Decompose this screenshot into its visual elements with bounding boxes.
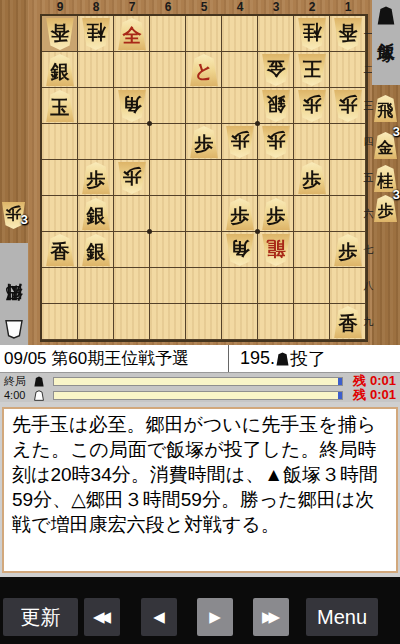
shogi-board: 香桂全桂香銀と金王玉角銀歩歩歩歩歩歩歩歩銀歩歩香銀角龍歩香 <box>40 14 368 342</box>
piece-gote-pawn-44: 歩 <box>225 126 255 158</box>
rank-label-3: 三 <box>365 88 372 124</box>
menu-button[interactable]: Menu <box>306 598 378 636</box>
app-screen: 987654321 一二三四五六七八九 香桂全桂香銀と金王玉角銀歩歩歩歩歩歩歩歩… <box>0 0 400 644</box>
piece-sente-silver-92: 銀 <box>45 54 75 86</box>
commentary-panel: 先手玉は必至。郷田がついに先手玉を捕らえた。この局面で飯塚が投了した。終局時刻は… <box>0 402 400 577</box>
event-title: 09/05 第60期王位戦予選 <box>0 347 228 370</box>
file-label-8: 8 <box>78 0 114 14</box>
piece-sente-king-93: 玉 <box>45 90 75 122</box>
commentary-text[interactable]: 先手玉は必至。郷田がついに先手玉を捕らえた。この局面で飯塚が投了した。終局時刻は… <box>2 407 398 573</box>
rank-label-1: 一 <box>365 16 372 52</box>
piece-gote-pawn-13: 歩 <box>333 90 363 122</box>
piece-sente-pawn-85: 歩 <box>81 162 111 194</box>
piece-sente-pawn-54: 歩 <box>189 126 219 158</box>
rank-label-2: 二 <box>365 52 372 88</box>
gote-time-bar <box>53 391 343 400</box>
rank-label-8: 八 <box>365 268 372 304</box>
rank-label-9: 九 <box>365 304 372 340</box>
step-back-button[interactable]: ◀ <box>141 598 177 636</box>
update-button[interactable]: 更新 <box>3 598 78 636</box>
piece-sente-silver-87: 銀 <box>81 234 111 266</box>
sente-clock-label: 終局 <box>4 374 32 389</box>
sente-hand-pawn-count: 3 <box>393 187 400 202</box>
piece-sente-lance-97: 香 <box>45 234 75 266</box>
piece-sente-promoted-knight-71: 全 <box>117 18 147 50</box>
sente-time-remaining-segment <box>338 378 342 385</box>
sente-player-name: 飯塚 <box>375 29 398 35</box>
gote-captured-tray: 歩3 <box>0 0 28 243</box>
clock-panel: 終局 残 0:01 4:00 残 0:01 <box>0 372 400 402</box>
sente-clock-piece-icon <box>34 376 44 387</box>
piece-gote-knight-81: 桂 <box>81 18 111 50</box>
gote-clock-label: 4:00 <box>4 389 32 401</box>
gote-clock-row: 4:00 残 0:01 <box>0 388 400 402</box>
move-text: 投了 <box>290 347 326 371</box>
piece-gote-pawn-34: 歩 <box>261 126 291 158</box>
piece-sente-lance-19: 香 <box>333 306 363 338</box>
piece-gote-pawn-75: 歩 <box>117 162 147 194</box>
file-label-3: 3 <box>258 0 294 14</box>
sente-piece-icon <box>377 6 395 25</box>
sente-hand-rook: 飛 <box>373 95 398 122</box>
piece-gote-lance-91: 香 <box>45 18 75 50</box>
piece-sente-pawn-46: 歩 <box>225 198 255 230</box>
step-forward-button[interactable]: ▶ <box>197 598 233 636</box>
piece-sente-pawn-36: 歩 <box>261 198 291 230</box>
piece-sente-pawn-17: 歩 <box>333 234 363 266</box>
current-move-label: 195. 投了 <box>228 347 326 371</box>
rank-label-5: 五 <box>365 160 372 196</box>
pieces-layer: 香桂全桂香銀と金王玉角銀歩歩歩歩歩歩歩歩銀歩歩香銀角龍歩香 <box>42 16 366 340</box>
piece-gote-lance-11: 香 <box>333 18 363 50</box>
file-label-2: 2 <box>294 0 330 14</box>
move-number: 195. <box>240 348 275 369</box>
piece-gote-silver-33: 銀 <box>261 90 291 122</box>
sente-move-piece-icon <box>276 352 289 366</box>
file-label-7: 7 <box>114 0 150 14</box>
file-label-6: 6 <box>150 0 186 14</box>
rank-coordinate-labels: 一二三四五六七八九 <box>365 16 372 340</box>
gote-clock-piece-icon <box>34 390 44 401</box>
forward-to-end-button[interactable]: ▶▶ <box>253 598 289 636</box>
gote-hand-pawn-count: 3 <box>21 212 28 227</box>
piece-gote-bishop-47: 角 <box>225 234 255 266</box>
divider <box>228 345 229 372</box>
rank-label-6: 六 <box>365 196 372 232</box>
piece-gote-knight-21: 桂 <box>297 18 327 50</box>
rank-label-4: 四 <box>365 124 372 160</box>
file-label-9: 9 <box>42 0 78 14</box>
gote-player-panel: 郷田 <box>0 243 28 345</box>
piece-gote-gold-32: 金 <box>261 54 291 86</box>
file-label-1: 1 <box>330 0 366 14</box>
piece-gote-king-22: 王 <box>297 54 327 86</box>
file-coordinate-labels: 987654321 <box>42 0 366 14</box>
file-label-5: 5 <box>186 0 222 14</box>
piece-gote-pawn-23: 歩 <box>297 90 327 122</box>
piece-sente-tokin-52: と <box>189 54 219 86</box>
sente-hand-gold-count: 3 <box>393 124 400 139</box>
rewind-to-start-button[interactable]: ◀◀ <box>84 598 120 636</box>
piece-gote-bishop-73: 角 <box>117 90 147 122</box>
control-button-bar: 更新 ◀◀ ◀ ▶ ▶▶ Menu <box>0 577 400 644</box>
gote-player-name: 郷田 <box>3 310 26 316</box>
sente-clock-row: 終局 残 0:01 <box>0 374 400 388</box>
rank-label-7: 七 <box>365 232 372 268</box>
piece-sente-pawn-25: 歩 <box>297 162 327 194</box>
file-label-4: 4 <box>222 0 258 14</box>
gote-time-remaining-segment <box>338 392 342 399</box>
piece-gote-dragon-37: 龍 <box>261 234 291 266</box>
sente-captured-tray: 飛金3桂歩3 <box>372 85 400 345</box>
gote-piece-icon <box>5 320 23 339</box>
game-info-bar: 09/05 第60期王位戦予選 195. 投了 <box>0 345 400 372</box>
piece-sente-silver-86: 銀 <box>81 198 111 230</box>
board-area: 987654321 一二三四五六七八九 香桂全桂香銀と金王玉角銀歩歩歩歩歩歩歩歩… <box>0 0 400 345</box>
sente-player-panel: 飯塚 <box>372 0 400 85</box>
sente-time-bar <box>53 377 343 386</box>
